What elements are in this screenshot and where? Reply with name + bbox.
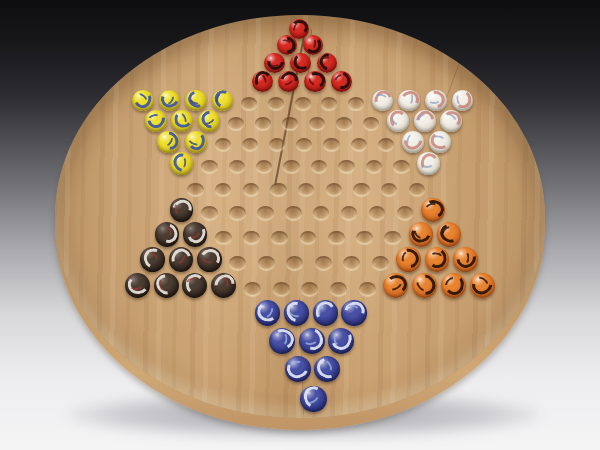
marble-white[interactable] bbox=[372, 90, 394, 112]
hole[interactable] bbox=[201, 206, 218, 220]
hole[interactable] bbox=[384, 231, 401, 245]
marble-black[interactable] bbox=[140, 247, 165, 272]
marble-blue[interactable] bbox=[313, 300, 339, 326]
marble-blue[interactable] bbox=[285, 356, 311, 382]
hole[interactable] bbox=[341, 206, 358, 220]
marble-orange[interactable] bbox=[409, 222, 433, 246]
marble-white[interactable] bbox=[387, 110, 409, 132]
hole[interactable] bbox=[313, 206, 330, 220]
marble-black[interactable] bbox=[197, 247, 222, 272]
hole[interactable] bbox=[229, 206, 246, 220]
marble-red[interactable] bbox=[317, 53, 338, 74]
marble-red[interactable] bbox=[304, 71, 325, 92]
marble-black[interactable] bbox=[183, 222, 207, 246]
hole[interactable] bbox=[356, 231, 373, 245]
hole[interactable] bbox=[286, 256, 303, 270]
hole[interactable] bbox=[301, 282, 318, 296]
marble-blue[interactable] bbox=[341, 300, 367, 326]
hole[interactable] bbox=[273, 282, 290, 296]
hole[interactable] bbox=[228, 117, 244, 130]
marble-white[interactable] bbox=[440, 110, 462, 132]
marble-yellow[interactable] bbox=[212, 90, 234, 112]
hole[interactable] bbox=[338, 160, 355, 173]
marble-white[interactable] bbox=[398, 90, 420, 112]
hole[interactable] bbox=[353, 183, 370, 197]
hole[interactable] bbox=[229, 160, 246, 173]
marble-red[interactable] bbox=[331, 71, 352, 92]
marble-red[interactable] bbox=[278, 71, 299, 92]
marble-white[interactable] bbox=[452, 90, 474, 112]
marble-blue[interactable] bbox=[328, 328, 354, 354]
hole[interactable] bbox=[372, 256, 389, 270]
marble-orange[interactable] bbox=[441, 273, 466, 298]
hole[interactable] bbox=[369, 206, 386, 220]
marble-orange[interactable] bbox=[453, 247, 478, 272]
hole[interactable] bbox=[268, 97, 284, 110]
hole[interactable] bbox=[256, 160, 273, 173]
marble-blue[interactable] bbox=[299, 328, 325, 354]
hole[interactable] bbox=[348, 97, 364, 110]
hole[interactable] bbox=[285, 206, 302, 220]
marble-yellow[interactable] bbox=[198, 110, 220, 132]
hole[interactable] bbox=[366, 160, 383, 173]
hole[interactable] bbox=[271, 231, 288, 245]
marble-blue[interactable] bbox=[269, 328, 295, 354]
marble-orange[interactable] bbox=[383, 273, 408, 298]
marble-white[interactable] bbox=[425, 90, 447, 112]
marble-orange[interactable] bbox=[396, 247, 421, 272]
hole[interactable] bbox=[328, 231, 345, 245]
hole[interactable] bbox=[241, 97, 257, 110]
hole[interactable] bbox=[242, 138, 258, 151]
marble-red[interactable] bbox=[252, 71, 273, 92]
hole[interactable] bbox=[270, 183, 287, 197]
hole[interactable] bbox=[215, 138, 231, 151]
marble-yellow[interactable] bbox=[185, 90, 207, 112]
hole[interactable] bbox=[244, 282, 261, 296]
marble-black[interactable] bbox=[155, 222, 179, 246]
hole[interactable] bbox=[215, 231, 232, 245]
marble-white[interactable] bbox=[414, 110, 436, 132]
marble-black[interactable] bbox=[170, 198, 194, 222]
hole[interactable] bbox=[393, 160, 410, 173]
hole[interactable] bbox=[282, 117, 298, 130]
marble-yellow[interactable] bbox=[171, 110, 193, 132]
marble-yellow[interactable] bbox=[145, 110, 167, 132]
marble-yellow[interactable] bbox=[185, 131, 208, 154]
marble-blue[interactable] bbox=[255, 300, 281, 326]
marble-blue[interactable] bbox=[284, 300, 310, 326]
marble-yellow[interactable] bbox=[170, 152, 193, 175]
marble-orange[interactable] bbox=[421, 198, 445, 222]
hole[interactable] bbox=[351, 138, 367, 151]
hole[interactable] bbox=[336, 117, 352, 130]
hole[interactable] bbox=[257, 206, 274, 220]
marble-yellow[interactable] bbox=[157, 131, 180, 154]
marble-red[interactable] bbox=[277, 35, 297, 55]
hole[interactable] bbox=[323, 138, 339, 151]
hole[interactable] bbox=[298, 183, 315, 197]
marble-orange[interactable] bbox=[425, 247, 450, 272]
hole[interactable] bbox=[296, 138, 312, 151]
hole[interactable] bbox=[295, 97, 311, 110]
marble-yellow[interactable] bbox=[159, 90, 181, 112]
marble-black[interactable] bbox=[125, 273, 150, 298]
scene bbox=[0, 0, 600, 450]
hole[interactable] bbox=[187, 183, 204, 197]
hole[interactable] bbox=[326, 183, 343, 197]
marble-orange[interactable] bbox=[412, 273, 437, 298]
hole[interactable] bbox=[283, 160, 300, 173]
marble-red[interactable] bbox=[264, 53, 285, 74]
marble-white[interactable] bbox=[402, 131, 425, 154]
marble-yellow[interactable] bbox=[132, 90, 154, 112]
marble-black[interactable] bbox=[154, 273, 179, 298]
marble-red[interactable] bbox=[303, 35, 323, 55]
marble-orange[interactable] bbox=[470, 273, 495, 298]
pieces-layer bbox=[0, 0, 600, 450]
marble-white[interactable] bbox=[417, 152, 440, 175]
hole[interactable] bbox=[215, 183, 232, 197]
hole[interactable] bbox=[397, 206, 414, 220]
hole[interactable] bbox=[269, 138, 285, 151]
hole[interactable] bbox=[243, 183, 260, 197]
hole[interactable] bbox=[359, 282, 376, 296]
hole[interactable] bbox=[343, 256, 360, 270]
hole[interactable] bbox=[381, 183, 398, 197]
hole[interactable] bbox=[409, 183, 426, 197]
hole[interactable] bbox=[363, 117, 379, 130]
hole[interactable] bbox=[311, 160, 328, 173]
marble-black[interactable] bbox=[211, 273, 236, 298]
hole[interactable] bbox=[229, 256, 246, 270]
hole[interactable] bbox=[243, 231, 260, 245]
hole[interactable] bbox=[300, 231, 317, 245]
hole[interactable] bbox=[378, 138, 394, 151]
marble-orange[interactable] bbox=[437, 222, 461, 246]
hole[interactable] bbox=[315, 256, 332, 270]
hole[interactable] bbox=[309, 117, 325, 130]
marble-blue[interactable] bbox=[300, 386, 327, 413]
marble-black[interactable] bbox=[182, 273, 207, 298]
marble-blue[interactable] bbox=[314, 356, 340, 382]
hole[interactable] bbox=[201, 160, 218, 173]
hole[interactable] bbox=[321, 97, 337, 110]
marble-black[interactable] bbox=[169, 247, 194, 272]
marble-red[interactable] bbox=[290, 53, 311, 74]
hole[interactable] bbox=[330, 282, 347, 296]
hole[interactable] bbox=[255, 117, 271, 130]
hole[interactable] bbox=[258, 256, 275, 270]
marble-white[interactable] bbox=[429, 131, 452, 154]
